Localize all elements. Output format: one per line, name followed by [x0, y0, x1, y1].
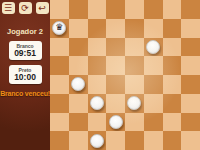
menu-icon: ☰ — [4, 4, 12, 13]
board-square[interactable] — [125, 75, 144, 94]
board-square[interactable] — [181, 75, 200, 94]
board-square[interactable] — [88, 94, 107, 113]
board-square[interactable] — [144, 0, 163, 19]
board-square[interactable] — [106, 56, 125, 75]
white-man-piece[interactable] — [90, 134, 104, 148]
board-square[interactable] — [181, 38, 200, 57]
board-square[interactable] — [50, 0, 69, 19]
checkers-app: ☰ ⟳ ↩ Jogador 2 Branco 09:51 Preto 10:00… — [0, 0, 200, 150]
white-man-piece[interactable] — [109, 115, 123, 129]
board-square[interactable] — [125, 38, 144, 57]
checkers-board: ♛ — [50, 0, 200, 150]
board-square[interactable] — [50, 56, 69, 75]
board-square[interactable] — [163, 113, 182, 132]
board-square[interactable] — [69, 113, 88, 132]
board-square[interactable] — [181, 0, 200, 19]
restart-icon: ⟳ — [21, 4, 29, 13]
board-square[interactable] — [106, 113, 125, 132]
board-square[interactable] — [125, 0, 144, 19]
board-square[interactable] — [106, 131, 125, 150]
board-square[interactable] — [88, 131, 107, 150]
board-square[interactable] — [50, 113, 69, 132]
board-square[interactable] — [181, 19, 200, 38]
board-square[interactable] — [106, 19, 125, 38]
white-clock: Branco 09:51 — [9, 41, 42, 60]
board-square[interactable] — [144, 94, 163, 113]
board-square[interactable] — [125, 113, 144, 132]
white-man-piece[interactable] — [71, 77, 85, 91]
game-result-message: Branco venceu! — [0, 90, 50, 97]
white-clock-time: 09:51 — [9, 49, 42, 58]
board-square[interactable] — [69, 56, 88, 75]
board-square[interactable] — [69, 19, 88, 38]
board-square[interactable] — [181, 94, 200, 113]
restart-button[interactable]: ⟳ — [19, 2, 32, 14]
board-square[interactable] — [50, 75, 69, 94]
board-square[interactable] — [69, 75, 88, 94]
toolbar: ☰ ⟳ ↩ — [2, 2, 49, 14]
board-square[interactable] — [106, 94, 125, 113]
board-square[interactable] — [163, 56, 182, 75]
black-clock: Preto 10:00 — [9, 65, 42, 84]
board-square[interactable] — [69, 94, 88, 113]
board-square[interactable] — [88, 75, 107, 94]
board-square[interactable] — [125, 19, 144, 38]
board-square[interactable] — [144, 75, 163, 94]
undo-button[interactable]: ↩ — [36, 2, 49, 14]
board-square[interactable] — [88, 38, 107, 57]
board-square[interactable] — [181, 131, 200, 150]
board-square[interactable] — [50, 94, 69, 113]
sidebar: ☰ ⟳ ↩ Jogador 2 Branco 09:51 Preto 10:00… — [0, 0, 50, 150]
crown-icon: ♛ — [55, 23, 63, 32]
board-square[interactable] — [88, 0, 107, 19]
board-square[interactable] — [144, 19, 163, 38]
white-man-piece[interactable] — [146, 40, 160, 54]
white-man-piece[interactable] — [127, 96, 141, 110]
board-square[interactable] — [163, 94, 182, 113]
board-square[interactable] — [163, 75, 182, 94]
board-square[interactable] — [106, 75, 125, 94]
black-clock-time: 10:00 — [9, 73, 42, 82]
board-square[interactable] — [163, 19, 182, 38]
white-king-piece[interactable]: ♛ — [52, 21, 66, 35]
board-square[interactable] — [125, 56, 144, 75]
board-square[interactable] — [69, 0, 88, 19]
board-square[interactable] — [181, 113, 200, 132]
board-square[interactable] — [69, 38, 88, 57]
menu-button[interactable]: ☰ — [2, 2, 15, 14]
board-square[interactable] — [50, 131, 69, 150]
board-square[interactable] — [69, 131, 88, 150]
board-square[interactable] — [125, 131, 144, 150]
board-square[interactable]: ♛ — [50, 19, 69, 38]
board-square[interactable] — [144, 38, 163, 57]
board-square[interactable] — [88, 113, 107, 132]
board-square[interactable] — [163, 0, 182, 19]
board-square[interactable] — [88, 19, 107, 38]
board-square[interactable] — [163, 131, 182, 150]
board-square[interactable] — [163, 38, 182, 57]
board-square[interactable] — [50, 38, 69, 57]
board-square[interactable] — [106, 0, 125, 19]
board-square[interactable] — [125, 94, 144, 113]
board-square[interactable] — [88, 56, 107, 75]
board-square[interactable] — [106, 38, 125, 57]
board-square[interactable] — [144, 131, 163, 150]
white-man-piece[interactable] — [90, 96, 104, 110]
board-square[interactable] — [181, 56, 200, 75]
board-square[interactable] — [144, 56, 163, 75]
undo-icon: ↩ — [38, 4, 46, 13]
board-area: ♛ — [50, 0, 200, 150]
player-turn-label: Jogador 2 — [7, 27, 43, 36]
board-square[interactable] — [144, 113, 163, 132]
